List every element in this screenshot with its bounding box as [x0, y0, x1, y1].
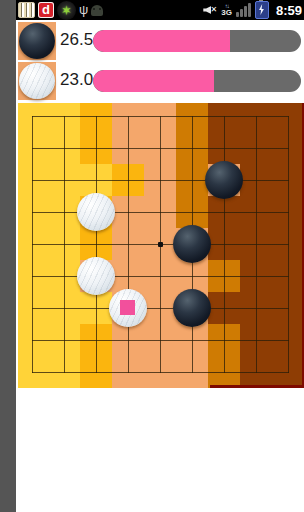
black-score-value: 26.5 [60, 30, 93, 50]
white-stone-glyph [19, 63, 55, 99]
territory-cell [272, 324, 302, 356]
territory-cell [240, 103, 272, 132]
territory-cell [144, 292, 176, 324]
white-score-bar-fill [93, 70, 214, 92]
territory-cell [240, 132, 272, 164]
territory-cell [48, 356, 80, 388]
territory-cell [112, 356, 144, 388]
territory-cell [112, 103, 144, 132]
territory-cell [208, 260, 240, 292]
territory-cell [208, 324, 240, 356]
territory-cell [240, 228, 272, 260]
territory-cell [240, 164, 272, 196]
territory-cell [208, 103, 240, 132]
territory-cell [144, 164, 176, 196]
white-stone-C6[interactable] [77, 193, 115, 231]
territory-cell [240, 260, 272, 292]
lightning-bolt-icon [258, 4, 265, 15]
territory-cell [240, 324, 272, 356]
territory-cell [112, 132, 144, 164]
territory-cell [208, 196, 240, 228]
territory-cell [112, 324, 144, 356]
data-3g-icon: ↑↓ 3G [221, 3, 232, 17]
white-stone-icon [18, 62, 56, 100]
territory-cell [144, 356, 176, 388]
territory-cell [18, 132, 48, 164]
white-stone-D3[interactable] [109, 289, 147, 327]
speaker-muted-icon: ✕ [203, 4, 217, 16]
territory-cell [18, 164, 48, 196]
territory-cell [18, 324, 48, 356]
black-stone-G7[interactable] [205, 161, 243, 199]
territory-cell [18, 228, 48, 260]
territory-cell [208, 228, 240, 260]
territory-cell [18, 103, 48, 132]
territory-cell [112, 228, 144, 260]
territory-cell [80, 132, 112, 164]
territory-cell [48, 260, 80, 292]
territory-cell [240, 292, 272, 324]
territory-cell [80, 324, 112, 356]
territory-cell [80, 228, 112, 260]
data-3g-label: 3G [221, 9, 232, 17]
territory-cell [18, 356, 48, 388]
territory-cell [272, 103, 302, 132]
territory-cell [48, 132, 80, 164]
territory-cell [48, 228, 80, 260]
last-move-marker [120, 300, 135, 315]
territory-cell [144, 196, 176, 228]
territory-cell [176, 103, 208, 132]
territory-cell [80, 356, 112, 388]
territory-cell [144, 324, 176, 356]
status-bar-right: ✕ ↑↓ 3G 8:59 [203, 1, 304, 19]
territory-cell [240, 196, 272, 228]
black-stone-icon [18, 22, 56, 60]
white-stone-C4[interactable] [77, 257, 115, 295]
territory-cell [48, 196, 80, 228]
territory-cell [176, 324, 208, 356]
app-screen: d ✶ ψ ✕ ↑↓ 3G 8:59 26.5 [16, 0, 304, 512]
territory-cell [272, 164, 302, 196]
book-icon [18, 2, 35, 18]
black-stone-F5[interactable] [173, 225, 211, 263]
territory-cell [208, 292, 240, 324]
player-figure-icon: ✶ [57, 1, 76, 20]
territory-cell [80, 103, 112, 132]
territory-cell [240, 356, 272, 388]
black-stone-glyph [19, 23, 55, 59]
white-score-value: 23.0 [60, 70, 93, 90]
territory-cell [144, 132, 176, 164]
signal-strength-icon [236, 3, 251, 17]
territory-cell [176, 260, 208, 292]
black-score-bar-fill [93, 30, 230, 52]
android-icon [91, 5, 103, 16]
territory-cell [112, 196, 144, 228]
territory-cell [48, 103, 80, 132]
status-bar: d ✶ ψ ✕ ↑↓ 3G 8:59 [16, 0, 304, 20]
territory-cell [112, 164, 144, 196]
territory-cell [272, 260, 302, 292]
territory-cell [272, 132, 302, 164]
territory-cell [176, 132, 208, 164]
territory-cell [176, 164, 208, 196]
usb-icon: ψ [79, 0, 88, 20]
black-score-bar [93, 30, 301, 52]
territory-cell [208, 132, 240, 164]
white-score-bar [93, 70, 301, 92]
territory-cell [112, 260, 144, 292]
d-logo-icon: d [38, 2, 54, 18]
territory-cell [48, 292, 80, 324]
territory-cell [272, 356, 302, 388]
status-bar-left: d ✶ ψ [16, 0, 203, 20]
territory-cell [208, 356, 240, 388]
territory-cell [272, 292, 302, 324]
territory-cell [176, 196, 208, 228]
territory-cell [80, 292, 112, 324]
territory-cell [80, 164, 112, 196]
battery-charging-icon [255, 1, 269, 19]
board-right-edge [302, 103, 304, 388]
white-score-row: 23.0 [16, 61, 304, 101]
black-score-row: 26.5 [16, 21, 304, 61]
black-stone-F3[interactable] [173, 289, 211, 327]
territory-cell [18, 260, 48, 292]
star-point [158, 242, 163, 247]
territory-cell [176, 356, 208, 388]
territory-cell [48, 164, 80, 196]
territory-cell [144, 103, 176, 132]
mute-x: ✕ [211, 4, 218, 16]
clock-text: 8:59 [273, 3, 302, 18]
territory-cell [48, 324, 80, 356]
territory-cell [18, 292, 48, 324]
territory-cell [144, 260, 176, 292]
go-board[interactable] [18, 103, 302, 388]
territory-cell [18, 196, 48, 228]
board-bottom-edge [210, 385, 302, 388]
territory-cell [272, 196, 302, 228]
territory-cell [272, 228, 302, 260]
